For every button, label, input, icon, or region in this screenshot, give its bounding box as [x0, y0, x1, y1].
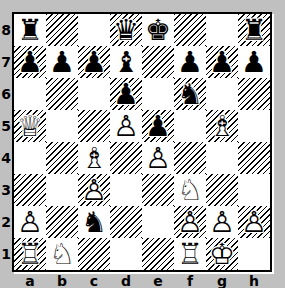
black-pawn-glyph: ♟	[110, 78, 142, 110]
square-h6[interactable]	[238, 78, 270, 110]
square-h4[interactable]	[238, 142, 270, 174]
square-d8[interactable]: ♛	[110, 14, 142, 46]
square-b5[interactable]	[46, 110, 78, 142]
white-pawn-outline: ♙	[238, 206, 270, 238]
square-a8[interactable]: ♜	[14, 14, 46, 46]
piece-white-pawn: ♟♙	[14, 206, 46, 238]
file-label-g: g	[206, 273, 238, 288]
square-g3[interactable]	[206, 174, 238, 206]
square-f2[interactable]: ♟♙	[174, 206, 206, 238]
file-label-b: b	[46, 273, 78, 288]
rank-label-6: 6	[0, 78, 12, 110]
square-b4[interactable]	[46, 142, 78, 174]
piece-black-pawn: ♟	[174, 46, 206, 78]
square-c3[interactable]: ♟♙	[78, 174, 110, 206]
square-c4[interactable]: ♝♗	[78, 142, 110, 174]
piece-black-pawn: ♟	[206, 46, 238, 78]
file-label-e: e	[142, 273, 174, 288]
black-pawn-glyph: ♟	[238, 46, 270, 78]
file-label-a: a	[14, 273, 46, 288]
file-label-d: d	[110, 273, 142, 288]
square-b1[interactable]: ♞♘	[46, 238, 78, 270]
square-e5[interactable]: ♟	[142, 110, 174, 142]
square-f1[interactable]: ♜♖	[174, 238, 206, 270]
square-f4[interactable]	[174, 142, 206, 174]
file-label-h: h	[238, 273, 270, 288]
square-e8[interactable]: ♚	[142, 14, 174, 46]
black-pawn-glyph: ♟	[206, 46, 238, 78]
square-e2[interactable]	[142, 206, 174, 238]
white-pawn-outline: ♙	[206, 206, 238, 238]
piece-black-rook: ♜	[14, 14, 46, 46]
square-g5[interactable]: ♝♗	[206, 110, 238, 142]
piece-black-pawn: ♟	[142, 110, 174, 142]
square-g1[interactable]: ♚♔	[206, 238, 238, 270]
square-f5[interactable]	[174, 110, 206, 142]
square-h5[interactable]	[238, 110, 270, 142]
black-pawn-glyph: ♟	[46, 46, 78, 78]
square-b6[interactable]	[46, 78, 78, 110]
white-pawn-outline: ♙	[174, 206, 206, 238]
piece-white-pawn: ♟♙	[206, 206, 238, 238]
square-c2[interactable]: ♞	[78, 206, 110, 238]
square-h7[interactable]: ♟	[238, 46, 270, 78]
black-knight-glyph: ♞	[78, 206, 110, 238]
piece-white-bishop: ♝♗	[206, 110, 238, 142]
black-pawn-glyph: ♟	[174, 46, 206, 78]
white-knight-outline: ♘	[174, 174, 206, 206]
piece-white-knight: ♞♘	[174, 174, 206, 206]
white-rook-outline: ♖	[14, 238, 46, 270]
white-bishop-outline: ♗	[206, 110, 238, 142]
black-king-glyph: ♚	[142, 14, 174, 46]
piece-black-pawn: ♟	[46, 46, 78, 78]
square-f6[interactable]: ♞	[174, 78, 206, 110]
piece-white-pawn: ♟♙	[142, 142, 174, 174]
piece-white-pawn: ♟♙	[78, 174, 110, 206]
black-pawn-glyph: ♟	[142, 110, 174, 142]
black-rook-glyph: ♜	[14, 14, 46, 46]
black-knight-glyph: ♞	[174, 78, 206, 110]
chess-board: ♜♛♚♜♟♟♟♝♟♟♟♟♞♛♕♟♙♟♝♗♝♗♟♙♟♙♞♘♟♙♞♟♙♟♙♟♙♜♖♞…	[14, 14, 270, 270]
square-a6[interactable]	[14, 78, 46, 110]
square-b8[interactable]	[46, 14, 78, 46]
piece-white-pawn: ♟♙	[238, 206, 270, 238]
white-queen-outline: ♕	[14, 110, 46, 142]
file-labels: abcdefgh	[14, 273, 270, 288]
rank-label-7: 7	[0, 46, 12, 78]
square-e7[interactable]	[142, 46, 174, 78]
square-e3[interactable]	[142, 174, 174, 206]
piece-white-pawn: ♟♙	[110, 110, 142, 142]
board-frame: ♜♛♚♜♟♟♟♝♟♟♟♟♞♛♕♟♙♟♝♗♝♗♟♙♟♙♞♘♟♙♞♟♙♟♙♟♙♜♖♞…	[12, 12, 272, 272]
rank-label-8: 8	[0, 14, 12, 46]
square-b7[interactable]: ♟	[46, 46, 78, 78]
file-label-f: f	[174, 273, 206, 288]
file-label-c: c	[78, 273, 110, 288]
square-h2[interactable]: ♟♙	[238, 206, 270, 238]
rank-label-3: 3	[0, 174, 12, 206]
white-pawn-outline: ♙	[110, 110, 142, 142]
white-king-outline: ♔	[206, 238, 238, 270]
square-f3[interactable]: ♞♘	[174, 174, 206, 206]
square-b2[interactable]	[46, 206, 78, 238]
black-queen-glyph: ♛	[110, 14, 142, 46]
square-g2[interactable]: ♟♙	[206, 206, 238, 238]
square-a3[interactable]	[14, 174, 46, 206]
piece-white-rook: ♜♖	[14, 238, 46, 270]
square-g8[interactable]	[206, 14, 238, 46]
square-d7[interactable]: ♝	[110, 46, 142, 78]
white-pawn-outline: ♙	[78, 174, 110, 206]
piece-white-bishop: ♝♗	[78, 142, 110, 174]
square-d2[interactable]	[110, 206, 142, 238]
white-knight-outline: ♘	[46, 238, 78, 270]
piece-black-pawn: ♟	[110, 78, 142, 110]
square-g7[interactable]: ♟	[206, 46, 238, 78]
square-h3[interactable]	[238, 174, 270, 206]
black-pawn-glyph: ♟	[78, 46, 110, 78]
white-pawn-outline: ♙	[14, 206, 46, 238]
piece-white-pawn: ♟♙	[174, 206, 206, 238]
square-a1[interactable]: ♜♖	[14, 238, 46, 270]
piece-black-pawn: ♟	[14, 46, 46, 78]
white-bishop-outline: ♗	[78, 142, 110, 174]
piece-black-knight: ♞	[78, 206, 110, 238]
piece-white-king: ♚♔	[206, 238, 238, 270]
square-d1[interactable]	[110, 238, 142, 270]
square-c1[interactable]	[78, 238, 110, 270]
rank-label-5: 5	[0, 110, 12, 142]
black-bishop-glyph: ♝	[110, 46, 142, 78]
square-d5[interactable]: ♟♙	[110, 110, 142, 142]
square-b3[interactable]	[46, 174, 78, 206]
square-g4[interactable]	[206, 142, 238, 174]
square-f7[interactable]: ♟	[174, 46, 206, 78]
square-h1[interactable]	[238, 238, 270, 270]
square-a4[interactable]	[14, 142, 46, 174]
square-h8[interactable]: ♜	[238, 14, 270, 46]
piece-white-queen: ♛♕	[14, 110, 46, 142]
white-pawn-outline: ♙	[142, 142, 174, 174]
black-pawn-glyph: ♟	[14, 46, 46, 78]
chess-diagram: 87654321 ♜♛♚♜♟♟♟♝♟♟♟♟♞♛♕♟♙♟♝♗♝♗♟♙♟♙♞♘♟♙♞…	[0, 0, 285, 288]
piece-black-rook: ♜	[238, 14, 270, 46]
piece-white-rook: ♜♖	[174, 238, 206, 270]
square-d4[interactable]	[110, 142, 142, 174]
square-c5[interactable]	[78, 110, 110, 142]
square-e1[interactable]	[142, 238, 174, 270]
piece-black-knight: ♞	[174, 78, 206, 110]
piece-white-knight: ♞♘	[46, 238, 78, 270]
piece-black-bishop: ♝	[110, 46, 142, 78]
piece-black-queen: ♛	[110, 14, 142, 46]
square-a5[interactable]: ♛♕	[14, 110, 46, 142]
piece-black-pawn: ♟	[238, 46, 270, 78]
white-rook-outline: ♖	[174, 238, 206, 270]
rank-label-4: 4	[0, 142, 12, 174]
square-a7[interactable]: ♟	[14, 46, 46, 78]
square-f8[interactable]	[174, 14, 206, 46]
square-d3[interactable]	[110, 174, 142, 206]
square-g6[interactable]	[206, 78, 238, 110]
square-c7[interactable]: ♟	[78, 46, 110, 78]
rank-labels: 87654321	[0, 14, 12, 270]
rank-label-2: 2	[0, 206, 12, 238]
square-e4[interactable]: ♟♙	[142, 142, 174, 174]
piece-black-pawn: ♟	[78, 46, 110, 78]
square-c6[interactable]	[78, 78, 110, 110]
black-rook-glyph: ♜	[238, 14, 270, 46]
square-c8[interactable]	[78, 14, 110, 46]
piece-black-king: ♚	[142, 14, 174, 46]
square-e6[interactable]	[142, 78, 174, 110]
rank-label-1: 1	[0, 238, 12, 270]
square-a2[interactable]: ♟♙	[14, 206, 46, 238]
square-d6[interactable]: ♟	[110, 78, 142, 110]
